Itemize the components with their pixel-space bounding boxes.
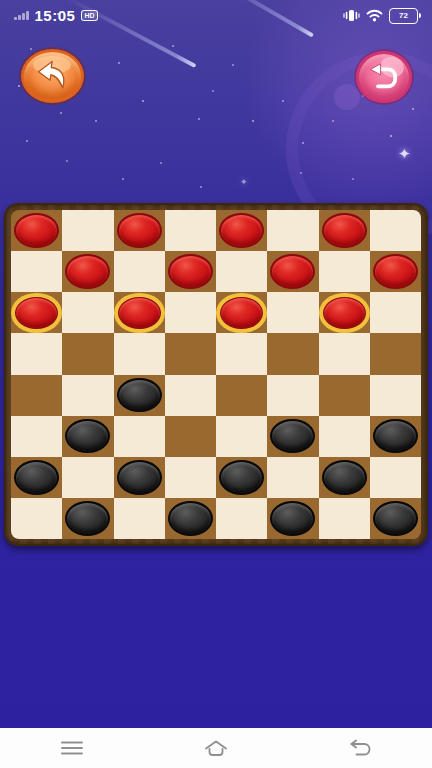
- back-button[interactable]: [21, 49, 84, 103]
- square-r4c2[interactable]: [62, 333, 113, 374]
- star-dot: [352, 178, 354, 180]
- wifi-icon: [366, 9, 383, 22]
- square-r6c4[interactable]: [165, 416, 216, 457]
- square-r4c1: [11, 333, 62, 374]
- star-dot: [18, 85, 20, 87]
- star-dot: [118, 62, 120, 64]
- square-r2c3: [114, 251, 165, 292]
- black-piece[interactable]: [270, 419, 315, 454]
- red-piece-highlighted[interactable]: [14, 296, 59, 331]
- square-r8c6[interactable]: [267, 498, 318, 539]
- square-r7c4: [165, 457, 216, 498]
- red-piece-highlighted[interactable]: [219, 296, 264, 331]
- star-dot: [142, 100, 144, 102]
- red-piece[interactable]: [322, 213, 367, 248]
- square-r1c3[interactable]: [114, 210, 165, 251]
- navigation-bar: [0, 728, 432, 768]
- square-r2c6[interactable]: [267, 251, 318, 292]
- red-piece[interactable]: [14, 213, 59, 248]
- square-r2c1: [11, 251, 62, 292]
- black-piece[interactable]: [117, 378, 162, 413]
- black-piece[interactable]: [65, 501, 110, 536]
- square-r5c4: [165, 375, 216, 416]
- square-r3c2: [62, 292, 113, 333]
- sparkle-star-icon: ✦: [240, 178, 248, 187]
- signal-bars-icon: [14, 11, 29, 20]
- star-dot: [200, 186, 202, 188]
- battery-percent: 72: [399, 11, 408, 20]
- square-r4c4[interactable]: [165, 333, 216, 374]
- square-r3c7[interactable]: [319, 292, 370, 333]
- square-r4c5: [216, 333, 267, 374]
- red-piece[interactable]: [117, 213, 162, 248]
- phone-screen: ✦ ✦ 15:05 HD 72: [0, 0, 432, 768]
- square-r5c1[interactable]: [11, 375, 62, 416]
- black-piece[interactable]: [65, 419, 110, 454]
- square-r1c8: [370, 210, 421, 251]
- square-r7c8: [370, 457, 421, 498]
- star-dot: [26, 140, 28, 142]
- star-dot: [122, 178, 124, 180]
- black-piece[interactable]: [219, 460, 264, 495]
- battery-icon: 72: [389, 8, 418, 24]
- star-dot: [30, 48, 32, 50]
- hd-badge-icon: HD: [81, 10, 97, 21]
- vibrate-icon: [343, 9, 360, 22]
- black-piece[interactable]: [373, 419, 418, 454]
- square-r3c5[interactable]: [216, 292, 267, 333]
- square-r6c5: [216, 416, 267, 457]
- square-r5c2: [62, 375, 113, 416]
- square-r4c7: [319, 333, 370, 374]
- nav-back-icon: [348, 739, 373, 757]
- square-r7c2: [62, 457, 113, 498]
- square-r8c4[interactable]: [165, 498, 216, 539]
- square-r7c6: [267, 457, 318, 498]
- nav-menu-button[interactable]: [0, 728, 144, 768]
- red-piece[interactable]: [168, 254, 213, 289]
- square-r1c4: [165, 210, 216, 251]
- black-piece[interactable]: [14, 460, 59, 495]
- square-r3c4: [165, 292, 216, 333]
- red-piece-highlighted[interactable]: [117, 296, 162, 331]
- black-piece[interactable]: [270, 501, 315, 536]
- board-frame: [4, 203, 428, 546]
- square-r8c7: [319, 498, 370, 539]
- square-r3c3[interactable]: [114, 292, 165, 333]
- nebula: [242, 0, 432, 210]
- square-r5c3[interactable]: [114, 375, 165, 416]
- square-r7c7[interactable]: [319, 457, 370, 498]
- square-r8c3: [114, 498, 165, 539]
- square-r2c2[interactable]: [62, 251, 113, 292]
- square-r8c1: [11, 498, 62, 539]
- square-r1c5[interactable]: [216, 210, 267, 251]
- undo-arrow-icon: [367, 62, 401, 92]
- star-dot: [332, 120, 334, 122]
- square-r1c7[interactable]: [319, 210, 370, 251]
- square-r1c6: [267, 210, 318, 251]
- star-dot: [160, 162, 162, 164]
- square-r6c1: [11, 416, 62, 457]
- square-r4c8[interactable]: [370, 333, 421, 374]
- nav-back-button[interactable]: [288, 728, 432, 768]
- star-dot: [232, 64, 234, 66]
- menu-icon: [60, 740, 84, 756]
- star-dot: [198, 118, 200, 120]
- black-piece[interactable]: [322, 460, 367, 495]
- star-dot: [66, 160, 68, 162]
- square-r7c5[interactable]: [216, 457, 267, 498]
- nav-home-button[interactable]: [144, 728, 288, 768]
- square-r7c3[interactable]: [114, 457, 165, 498]
- star-dot: [172, 45, 174, 47]
- sparkle-star-icon: ✦: [398, 146, 411, 161]
- square-r5c6: [267, 375, 318, 416]
- back-arrow-icon: [34, 59, 72, 93]
- star-dot: [252, 120, 254, 122]
- star-dot: [300, 172, 302, 174]
- square-r3c1[interactable]: [11, 292, 62, 333]
- planet-small: [334, 84, 360, 110]
- square-r5c5[interactable]: [216, 375, 267, 416]
- square-r4c3: [114, 333, 165, 374]
- square-r7c1[interactable]: [11, 457, 62, 498]
- square-r6c3: [114, 416, 165, 457]
- square-r5c8: [370, 375, 421, 416]
- status-bar: 15:05 HD 72: [0, 0, 432, 29]
- star-dot: [412, 108, 414, 110]
- square-r3c6: [267, 292, 318, 333]
- board: [11, 210, 421, 539]
- square-r8c8[interactable]: [370, 498, 421, 539]
- square-r5c7[interactable]: [319, 375, 370, 416]
- square-r2c7: [319, 251, 370, 292]
- star-dot: [60, 112, 62, 114]
- square-r2c8[interactable]: [370, 251, 421, 292]
- red-piece[interactable]: [219, 213, 264, 248]
- square-r6c2[interactable]: [62, 416, 113, 457]
- red-piece[interactable]: [270, 254, 315, 289]
- square-r8c2[interactable]: [62, 498, 113, 539]
- black-piece[interactable]: [373, 501, 418, 536]
- star-dot: [212, 90, 214, 92]
- star-dot: [390, 135, 392, 137]
- black-piece[interactable]: [117, 460, 162, 495]
- square-r6c6[interactable]: [267, 416, 318, 457]
- home-icon: [202, 739, 230, 758]
- star-dot: [282, 100, 284, 102]
- undo-button[interactable]: [356, 51, 412, 103]
- square-r6c8[interactable]: [370, 416, 421, 457]
- square-r2c5: [216, 251, 267, 292]
- star-dot: [302, 142, 304, 144]
- red-piece-highlighted[interactable]: [322, 296, 367, 331]
- red-piece[interactable]: [65, 254, 110, 289]
- red-piece[interactable]: [373, 254, 418, 289]
- square-r8c5: [216, 498, 267, 539]
- square-r1c2: [62, 210, 113, 251]
- black-piece[interactable]: [168, 501, 213, 536]
- clock-text: 15:05: [35, 7, 76, 24]
- star-dot: [95, 120, 97, 122]
- square-r4c6[interactable]: [267, 333, 318, 374]
- square-r1c1[interactable]: [11, 210, 62, 251]
- square-r3c8: [370, 292, 421, 333]
- square-r6c7: [319, 416, 370, 457]
- square-r2c4[interactable]: [165, 251, 216, 292]
